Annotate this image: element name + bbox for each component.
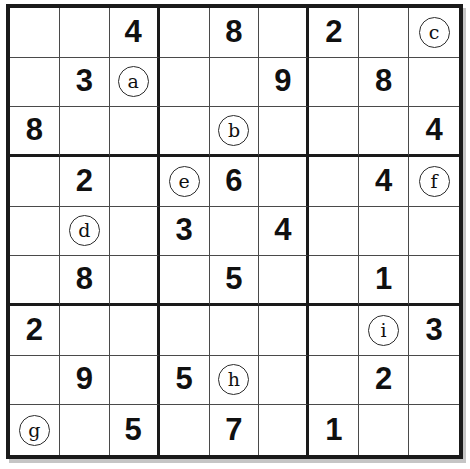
cell-r2c6[interactable]: 9 [259, 58, 309, 108]
cell-r8c6[interactable] [259, 356, 309, 406]
cell-r9c9[interactable] [409, 405, 459, 455]
cell-r8c5[interactable]: h [210, 356, 260, 406]
cell-r1c7[interactable]: 2 [309, 8, 359, 58]
cell-r5c7[interactable] [309, 207, 359, 257]
cell-r6c7[interactable] [309, 256, 359, 306]
given-digit: 4 [425, 114, 442, 145]
cell-r9c5[interactable]: 7 [210, 405, 260, 455]
cell-r7c7[interactable] [309, 306, 359, 356]
cell-r1c2[interactable] [60, 8, 110, 58]
cell-r7c2[interactable] [60, 306, 110, 356]
given-digit: 3 [175, 214, 192, 245]
cell-r5c8[interactable] [359, 207, 409, 257]
cell-r1c8[interactable] [359, 8, 409, 58]
circled-letter-h: h [218, 364, 249, 395]
cell-r2c8[interactable]: 8 [359, 58, 409, 108]
given-digit: 3 [425, 314, 442, 345]
cell-r7c9[interactable]: 3 [409, 306, 459, 356]
cell-r3c3[interactable] [110, 107, 160, 157]
circled-letter-f: f [419, 166, 450, 197]
cell-r8c9[interactable] [409, 356, 459, 406]
cell-r6c1[interactable] [10, 256, 60, 306]
cell-r4c9[interactable]: f [409, 157, 459, 207]
cell-r8c2[interactable]: 9 [60, 356, 110, 406]
cell-r4c1[interactable] [10, 157, 60, 207]
cell-r4c4[interactable]: e [160, 157, 210, 207]
cell-r8c3[interactable] [110, 356, 160, 406]
cell-r9c1[interactable]: g [10, 405, 60, 455]
cell-r8c8[interactable]: 2 [359, 356, 409, 406]
cell-r6c3[interactable] [110, 256, 160, 306]
cell-r3c6[interactable] [259, 107, 309, 157]
sudoku-board: 482c3a988b42e64fd348512i395h2g571 [6, 4, 463, 459]
cell-r7c5[interactable] [210, 306, 260, 356]
cell-r3c9[interactable]: 4 [409, 107, 459, 157]
given-digit: 5 [125, 414, 142, 445]
cell-r9c4[interactable] [160, 405, 210, 455]
cell-r4c5[interactable]: 6 [210, 157, 260, 207]
cell-r5c4[interactable]: 3 [160, 207, 210, 257]
cell-r6c4[interactable] [160, 256, 210, 306]
given-digit: 2 [325, 16, 342, 47]
given-digit: 9 [274, 65, 291, 96]
cell-r6c2[interactable]: 8 [60, 256, 110, 306]
cell-r5c3[interactable] [110, 207, 160, 257]
cell-r3c2[interactable] [60, 107, 110, 157]
circled-letter-c: c [419, 17, 450, 48]
given-digit: 4 [125, 16, 142, 47]
given-digit: 2 [76, 165, 93, 196]
given-digit: 4 [274, 214, 291, 245]
cell-r2c5[interactable] [210, 58, 260, 108]
given-digit: 7 [225, 414, 242, 445]
cell-r9c7[interactable]: 1 [309, 405, 359, 455]
cell-r9c8[interactable] [359, 405, 409, 455]
cell-r9c6[interactable] [259, 405, 309, 455]
given-digit: 4 [375, 165, 392, 196]
cell-r3c1[interactable]: 8 [10, 107, 60, 157]
cell-r3c4[interactable] [160, 107, 210, 157]
cell-r1c1[interactable] [10, 8, 60, 58]
cell-r6c5[interactable]: 5 [210, 256, 260, 306]
cell-r8c4[interactable]: 5 [160, 356, 210, 406]
given-digit: 9 [76, 363, 93, 394]
cell-r7c4[interactable] [160, 306, 210, 356]
given-digit: 5 [175, 363, 192, 394]
cell-r9c3[interactable]: 5 [110, 405, 160, 455]
given-digit: 1 [375, 263, 392, 294]
cell-r7c6[interactable] [259, 306, 309, 356]
given-digit: 8 [76, 263, 93, 294]
cell-r7c8[interactable]: i [359, 306, 409, 356]
cell-r2c1[interactable] [10, 58, 60, 108]
given-digit: 5 [225, 263, 242, 294]
cell-r4c2[interactable]: 2 [60, 157, 110, 207]
circled-letter-b: b [218, 115, 249, 146]
cell-r5c9[interactable] [409, 207, 459, 257]
cell-r2c7[interactable] [309, 58, 359, 108]
cell-r5c2[interactable]: d [60, 207, 110, 257]
circled-letter-g: g [19, 415, 50, 446]
circled-letter-a: a [118, 66, 149, 97]
cell-r4c7[interactable] [309, 157, 359, 207]
cell-r6c8[interactable]: 1 [359, 256, 409, 306]
cell-r2c3[interactable]: a [110, 58, 160, 108]
cell-r6c9[interactable] [409, 256, 459, 306]
cell-r8c1[interactable] [10, 356, 60, 406]
scanned-sudoku-page: 482c3a988b42e64fd348512i395h2g571 [0, 0, 470, 469]
given-digit: 8 [225, 16, 242, 47]
given-digit: 1 [325, 414, 342, 445]
given-digit: 8 [26, 114, 43, 145]
cell-r2c9[interactable] [409, 58, 459, 108]
cell-r1c6[interactable] [259, 8, 309, 58]
cell-r1c9[interactable]: c [409, 8, 459, 58]
cell-r4c8[interactable]: 4 [359, 157, 409, 207]
cell-r4c3[interactable] [110, 157, 160, 207]
cell-r1c5[interactable]: 8 [210, 8, 260, 58]
cell-r7c1[interactable]: 2 [10, 306, 60, 356]
cell-r3c5[interactable]: b [210, 107, 260, 157]
given-digit: 2 [375, 363, 392, 394]
cell-r5c5[interactable] [210, 207, 260, 257]
cell-r6c6[interactable] [259, 256, 309, 306]
circled-letter-d: d [69, 215, 100, 246]
cell-r1c4[interactable] [160, 8, 210, 58]
cell-r3c8[interactable] [359, 107, 409, 157]
cell-r5c1[interactable] [10, 207, 60, 257]
given-digit: 6 [225, 165, 242, 196]
cell-r9c2[interactable] [60, 405, 110, 455]
cell-r8c7[interactable] [309, 356, 359, 406]
circled-letter-e: e [169, 166, 200, 197]
given-digit: 3 [76, 65, 93, 96]
cell-r5c6[interactable]: 4 [259, 207, 309, 257]
cell-r4c6[interactable] [259, 157, 309, 207]
cell-r7c3[interactable] [110, 306, 160, 356]
cell-r2c4[interactable] [160, 58, 210, 108]
given-digit: 8 [375, 65, 392, 96]
cell-r3c7[interactable] [309, 107, 359, 157]
given-digit: 2 [26, 314, 43, 345]
circled-letter-i: i [368, 315, 399, 346]
cell-r2c2[interactable]: 3 [60, 58, 110, 108]
cell-r1c3[interactable]: 4 [110, 8, 160, 58]
